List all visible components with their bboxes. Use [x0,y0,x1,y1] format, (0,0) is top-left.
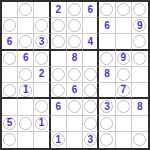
given-digit: 9 [132,18,148,33]
cell-r5c1[interactable] [2,67,18,83]
given-digit: 3 [99,99,114,114]
given-digit: 6 [2,34,17,48]
given-digit: 6 [99,18,114,33]
cell-r1c2[interactable] [18,2,34,18]
sudoku-board: 2669634689281676385113 [0,0,150,150]
cell-r6c5[interactable]: 6 [67,83,83,99]
cell-r7c3[interactable] [34,99,50,115]
cell-r1c7[interactable] [99,2,115,18]
given-digit: 4 [83,34,97,48]
cell-r6c6[interactable] [83,83,99,99]
odd-circle-icon [117,68,130,81]
cell-r8c2[interactable] [18,116,34,132]
odd-circle-icon [84,100,97,113]
cell-r2c3[interactable] [34,18,50,34]
given-digit: 9 [116,51,131,66]
given-digit: 3 [34,34,48,48]
cell-r9c6[interactable]: 3 [83,132,99,148]
odd-circle-icon [19,68,32,81]
odd-circle-icon [3,84,16,97]
odd-circle-icon [68,35,81,48]
cell-r4c7[interactable] [99,51,115,67]
cell-r4c8[interactable]: 9 [116,51,132,67]
cell-r7c8[interactable] [116,99,132,115]
cell-r4c9[interactable] [132,51,148,67]
cell-r3c1[interactable]: 6 [2,34,18,50]
cell-r8c6[interactable] [83,116,99,132]
given-digit: 3 [83,132,97,148]
cell-r1c4[interactable]: 2 [51,2,67,18]
cell-r5c5[interactable] [67,67,83,83]
cell-r5c4[interactable] [51,67,67,83]
given-digit: 6 [67,83,82,97]
odd-circle-icon [84,84,97,97]
cell-r9c3[interactable] [34,132,50,148]
odd-circle-icon [52,35,65,48]
cell-r4c3[interactable] [34,51,50,67]
odd-circle-icon [52,84,65,97]
odd-circle-icon [35,52,48,65]
cell-r8c3[interactable]: 1 [34,116,50,132]
cell-r1c8[interactable] [116,2,132,18]
cell-r4c4[interactable] [51,51,67,67]
given-digit: 8 [99,67,114,82]
cell-r3c2[interactable] [18,34,34,50]
cell-r1c3[interactable] [34,2,50,18]
cell-r4c5[interactable]: 8 [67,51,83,67]
cell-r5c3[interactable]: 2 [34,67,50,83]
cell-r3c7[interactable] [99,34,115,50]
cell-r9c5[interactable] [67,132,83,148]
cell-r2c6[interactable] [83,18,99,34]
given-digit: 1 [34,116,48,131]
cell-r7c6[interactable] [83,99,99,115]
cell-r6c3[interactable] [34,83,50,99]
cell-r2c5[interactable] [67,18,83,34]
given-digit: 2 [34,67,48,82]
cell-r1c1[interactable] [2,2,18,18]
cell-r2c8[interactable] [116,18,132,34]
odd-circle-icon [3,19,16,32]
odd-circle-icon [117,100,130,113]
cell-r7c2[interactable] [18,99,34,115]
odd-circle-icon [19,3,32,16]
cell-r7c7[interactable]: 3 [99,99,115,115]
cell-r2c1[interactable] [2,18,18,34]
odd-circle-icon [68,19,81,32]
cell-r8c5[interactable] [67,116,83,132]
odd-circle-icon [52,19,65,32]
given-digit: 8 [67,51,82,66]
odd-circle-icon [133,35,146,48]
odd-circle-icon [133,52,146,65]
cell-r5c2[interactable] [18,67,34,83]
odd-circle-icon [68,68,81,81]
odd-circle-icon [117,3,130,16]
odd-circle-icon [100,133,113,146]
odd-circle-icon [3,52,16,65]
given-digit: 2 [51,2,66,17]
cell-r9c4[interactable]: 1 [51,132,67,148]
cell-r3c4[interactable] [51,34,67,50]
odd-circle-icon [19,35,32,48]
given-digit: 8 [132,99,148,114]
cell-r5c7[interactable]: 8 [99,67,115,83]
cell-r1c5[interactable] [67,2,83,18]
cell-r3c3[interactable]: 3 [34,34,50,50]
cell-r5c9[interactable] [132,67,148,83]
cell-r2c4[interactable] [51,18,67,34]
given-digit: 6 [18,51,33,66]
odd-circle-icon [133,133,146,146]
given-digit: 5 [2,116,17,131]
given-digit: 1 [51,132,66,148]
cell-r7c9[interactable]: 8 [132,99,148,115]
given-digit: 7 [116,83,131,97]
odd-circle-icon [84,68,97,81]
cell-r3c6[interactable]: 4 [83,34,99,50]
cell-r9c2[interactable] [18,132,34,148]
cell-r8c4[interactable] [51,116,67,132]
cell-r4c1[interactable] [2,51,18,67]
given-digit: 6 [83,2,97,17]
cell-r9c7[interactable] [99,132,115,148]
cell-r4c6[interactable] [83,51,99,67]
cell-r3c9[interactable] [132,34,148,50]
cell-r9c1[interactable] [2,132,18,148]
cell-r5c8[interactable] [116,67,132,83]
cell-r6c9[interactable] [132,83,148,99]
cell-r1c6[interactable]: 6 [83,2,99,18]
cell-r7c4[interactable]: 6 [51,99,67,115]
odd-circle-icon [68,100,81,113]
cell-r6c2[interactable]: 1 [18,83,34,99]
cell-r8c8[interactable] [116,116,132,132]
cell-r6c1[interactable] [2,83,18,99]
cell-r6c8[interactable]: 7 [116,83,132,99]
cell-r9c8[interactable] [116,132,132,148]
cell-r2c2[interactable] [18,18,34,34]
cell-r6c7[interactable] [99,83,115,99]
cell-r6c4[interactable] [51,83,67,99]
odd-circle-icon [35,100,48,113]
cell-r4c2[interactable]: 6 [18,51,34,67]
cell-r9c9[interactable] [132,132,148,148]
cell-r3c8[interactable] [116,34,132,50]
given-digit: 1 [18,83,33,97]
cell-r2c7[interactable]: 6 [99,18,115,34]
cell-r5c6[interactable] [83,67,99,83]
odd-circle-icon [100,117,113,130]
cell-r3c5[interactable] [67,34,83,50]
cell-r1c9[interactable] [132,2,148,18]
odd-circle-icon [84,117,97,130]
odd-circle-icon [19,117,32,130]
odd-circle-icon [100,52,113,65]
cell-r7c1[interactable] [2,99,18,115]
odd-circle-icon [3,133,16,146]
odd-circle-icon [100,3,113,16]
cell-r2c9[interactable]: 9 [132,18,148,34]
cell-r8c7[interactable] [99,116,115,132]
cell-r7c5[interactable] [67,99,83,115]
odd-circle-icon [52,68,65,81]
odd-circle-icon [68,3,81,16]
cell-r8c9[interactable] [132,116,148,132]
odd-circle-icon [133,3,146,16]
odd-circle-icon [35,19,48,32]
cell-r8c1[interactable]: 5 [2,116,18,132]
given-digit: 6 [51,99,66,114]
